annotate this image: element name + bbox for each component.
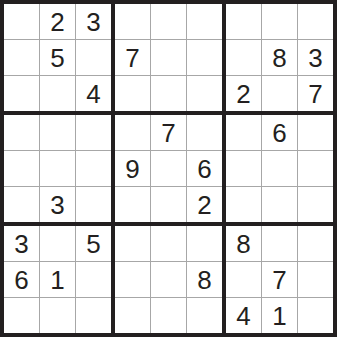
cell-r4c7-empty[interactable] (226, 115, 261, 150)
cell-r6c1-empty[interactable] (4, 187, 39, 222)
cell-r3c6-empty[interactable] (187, 76, 222, 111)
cell-r6c6-given: 2 (187, 187, 222, 222)
cell-r9c1-empty[interactable] (4, 298, 39, 333)
cell-r5c9-empty[interactable] (298, 151, 333, 186)
cell-r5c2-empty[interactable] (40, 151, 75, 186)
cell-r5c5-empty[interactable] (151, 151, 186, 186)
cell-r4c4-empty[interactable] (115, 115, 150, 150)
cell-r7c1-given: 3 (4, 226, 39, 261)
cell-r7c4-empty[interactable] (115, 226, 150, 261)
cell-r4c9-empty[interactable] (298, 115, 333, 150)
cell-r5c4-given: 9 (115, 151, 150, 186)
cell-r6c9-empty[interactable] (298, 187, 333, 222)
cell-r3c3-given: 4 (76, 76, 111, 111)
cell-r3c8-empty[interactable] (262, 76, 297, 111)
cell-r1c7-empty[interactable] (226, 4, 261, 39)
cell-r2c9-given: 3 (298, 40, 333, 75)
sudoku-box-5: 7962 (115, 115, 222, 222)
cell-r5c1-empty[interactable] (4, 151, 39, 186)
cell-r6c3-empty[interactable] (76, 187, 111, 222)
cell-r2c4-given: 7 (115, 40, 150, 75)
cell-r8c2-given: 1 (40, 262, 75, 297)
sudoku-box-8: 8 (115, 226, 222, 333)
cell-r6c2-given: 3 (40, 187, 75, 222)
cell-r9c5-empty[interactable] (151, 298, 186, 333)
cell-r3c2-empty[interactable] (40, 76, 75, 111)
cell-r7c3-given: 5 (76, 226, 111, 261)
cell-r1c4-empty[interactable] (115, 4, 150, 39)
cell-r7c9-empty[interactable] (298, 226, 333, 261)
cell-r1c5-empty[interactable] (151, 4, 186, 39)
cell-r7c8-empty[interactable] (262, 226, 297, 261)
cell-r2c3-empty[interactable] (76, 40, 111, 75)
cell-r9c7-given: 4 (226, 298, 261, 333)
cell-r6c4-empty[interactable] (115, 187, 150, 222)
cell-r3c9-given: 7 (298, 76, 333, 111)
cell-r6c5-empty[interactable] (151, 187, 186, 222)
cell-r8c7-empty[interactable] (226, 262, 261, 297)
cell-r9c3-empty[interactable] (76, 298, 111, 333)
sudoku-box-7: 3561 (4, 226, 111, 333)
cell-r9c9-empty[interactable] (298, 298, 333, 333)
cell-r3c5-empty[interactable] (151, 76, 186, 111)
cell-r1c8-empty[interactable] (262, 4, 297, 39)
cell-r8c3-empty[interactable] (76, 262, 111, 297)
cell-r1c6-empty[interactable] (187, 4, 222, 39)
cell-r1c3-given: 3 (76, 4, 111, 39)
cell-r3c1-empty[interactable] (4, 76, 39, 111)
cell-r1c1-empty[interactable] (4, 4, 39, 39)
cell-r6c7-empty[interactable] (226, 187, 261, 222)
cell-r8c4-empty[interactable] (115, 262, 150, 297)
sudoku-board: 235478327379626356188741 (0, 0, 337, 337)
sudoku-box-3: 8327 (226, 4, 333, 111)
cell-r4c2-empty[interactable] (40, 115, 75, 150)
cell-r2c1-empty[interactable] (4, 40, 39, 75)
cell-r2c6-empty[interactable] (187, 40, 222, 75)
cell-r5c8-empty[interactable] (262, 151, 297, 186)
sudoku-box-4: 3 (4, 115, 111, 222)
cell-r2c7-empty[interactable] (226, 40, 261, 75)
sudoku-box-1: 2354 (4, 4, 111, 111)
cell-r2c2-given: 5 (40, 40, 75, 75)
cell-r4c6-empty[interactable] (187, 115, 222, 150)
cell-r8c6-given: 8 (187, 262, 222, 297)
cell-r9c4-empty[interactable] (115, 298, 150, 333)
cell-r4c1-empty[interactable] (4, 115, 39, 150)
cell-r9c2-empty[interactable] (40, 298, 75, 333)
cell-r8c5-empty[interactable] (151, 262, 186, 297)
cell-r1c2-given: 2 (40, 4, 75, 39)
cell-r8c8-given: 7 (262, 262, 297, 297)
cell-r4c5-given: 7 (151, 115, 186, 150)
cell-r2c8-given: 8 (262, 40, 297, 75)
page: 235478327379626356188741 (0, 0, 337, 337)
cell-r4c8-given: 6 (262, 115, 297, 150)
cell-r8c1-given: 6 (4, 262, 39, 297)
cell-r4c3-empty[interactable] (76, 115, 111, 150)
cell-r8c9-empty[interactable] (298, 262, 333, 297)
cell-r6c8-empty[interactable] (262, 187, 297, 222)
sudoku-box-2: 7 (115, 4, 222, 111)
cell-r7c6-empty[interactable] (187, 226, 222, 261)
sudoku-box-9: 8741 (226, 226, 333, 333)
cell-r3c4-empty[interactable] (115, 76, 150, 111)
cell-r7c2-empty[interactable] (40, 226, 75, 261)
cell-r5c6-given: 6 (187, 151, 222, 186)
sudoku-box-6: 6 (226, 115, 333, 222)
cell-r5c7-empty[interactable] (226, 151, 261, 186)
cell-r7c5-empty[interactable] (151, 226, 186, 261)
cell-r9c8-given: 1 (262, 298, 297, 333)
cell-r3c7-given: 2 (226, 76, 261, 111)
cell-r7c7-given: 8 (226, 226, 261, 261)
cell-r9c6-empty[interactable] (187, 298, 222, 333)
cell-r1c9-empty[interactable] (298, 4, 333, 39)
cell-r5c3-empty[interactable] (76, 151, 111, 186)
cell-r2c5-empty[interactable] (151, 40, 186, 75)
